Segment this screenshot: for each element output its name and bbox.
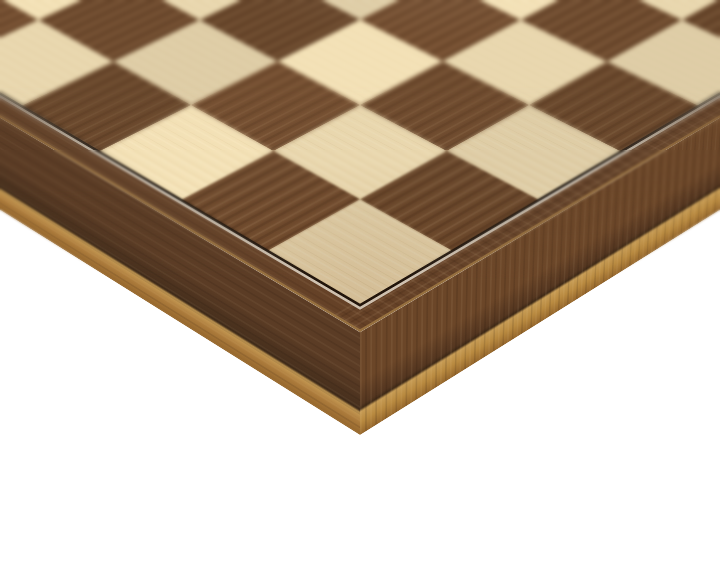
square (360, 61, 529, 151)
square (607, 20, 720, 105)
square (682, 0, 720, 61)
square (0, 0, 38, 61)
square (38, 0, 199, 61)
square (124, 0, 281, 20)
board-top-face (0, 0, 720, 332)
square (447, 105, 620, 199)
square (281, 0, 438, 20)
square (113, 20, 278, 105)
square (442, 20, 607, 105)
chessboard-photo-scene (0, 0, 720, 576)
chess-board (0, 0, 720, 332)
square (0, 20, 113, 105)
square (199, 0, 360, 61)
square (278, 20, 443, 105)
square (191, 61, 360, 151)
square (360, 0, 521, 61)
square (360, 151, 538, 250)
square (22, 61, 191, 151)
square (529, 61, 698, 151)
square (182, 151, 360, 250)
square (269, 199, 451, 303)
square (273, 105, 446, 199)
square (100, 105, 273, 199)
square (0, 0, 124, 20)
square (521, 0, 682, 61)
square (596, 0, 720, 20)
square (439, 0, 596, 20)
